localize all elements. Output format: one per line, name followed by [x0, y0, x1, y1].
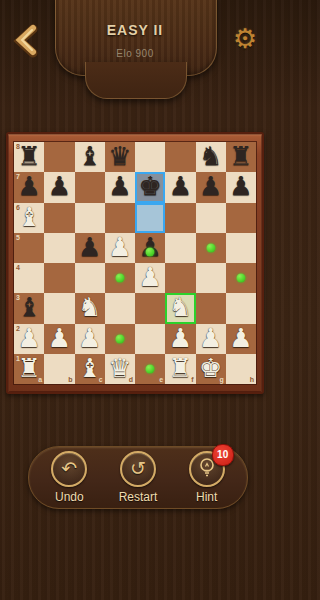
square-d7[interactable]: ♟	[105, 172, 135, 202]
file-label-e: e	[159, 376, 163, 383]
file-label-a: a	[38, 376, 42, 383]
rank-label-8: 8	[16, 143, 20, 150]
square-a6[interactable]: 6♝	[14, 203, 44, 233]
square-f1[interactable]: f♜	[165, 354, 195, 384]
square-f3[interactable]: ♞	[165, 293, 195, 323]
square-a4[interactable]: 4	[14, 263, 44, 293]
white-pawn-h2: ♟	[226, 324, 256, 354]
square-h6[interactable]	[226, 203, 256, 233]
black-king-e7: ♚	[135, 172, 165, 202]
square-b6[interactable]	[44, 203, 74, 233]
black-pawn-f7: ♟	[165, 172, 195, 202]
settings-button[interactable]: ⚙	[228, 22, 262, 56]
square-e3[interactable]	[135, 293, 165, 323]
square-b3[interactable]	[44, 293, 74, 323]
square-h3[interactable]	[226, 293, 256, 323]
file-label-b: b	[68, 376, 72, 383]
square-g2[interactable]: ♟	[196, 324, 226, 354]
rank-label-3: 3	[16, 294, 20, 301]
black-pawn-g7: ♟	[196, 172, 226, 202]
square-d5[interactable]: ♟	[105, 233, 135, 263]
file-label-d: d	[129, 376, 133, 383]
square-g4[interactable]	[196, 263, 226, 293]
square-f5[interactable]	[165, 233, 195, 263]
square-e7[interactable]: ♚	[135, 172, 165, 202]
file-label-c: c	[99, 376, 103, 383]
square-g5[interactable]	[196, 233, 226, 263]
square-b8[interactable]	[44, 142, 74, 172]
black-bishop-c8: ♝	[75, 142, 105, 172]
restart-label: Restart	[119, 490, 158, 504]
square-e2[interactable]	[135, 324, 165, 354]
square-e8[interactable]	[135, 142, 165, 172]
capture-move-dot[interactable]	[146, 247, 155, 256]
white-pawn-d5: ♟	[105, 233, 135, 263]
square-c7[interactable]	[75, 172, 105, 202]
square-b4[interactable]	[44, 263, 74, 293]
rank-label-5: 5	[16, 234, 20, 241]
black-pawn-b7: ♟	[44, 172, 74, 202]
white-pawn-b2: ♟	[44, 324, 74, 354]
square-d1[interactable]: d♛	[105, 354, 135, 384]
square-f4[interactable]	[165, 263, 195, 293]
square-b2[interactable]: ♟	[44, 324, 74, 354]
hint-button[interactable]: Hint 10	[178, 451, 236, 504]
square-a5[interactable]: 5	[14, 233, 44, 263]
undo-button[interactable]: ↶ Undo	[40, 451, 98, 504]
square-b1[interactable]: b	[44, 354, 74, 384]
square-c4[interactable]	[75, 263, 105, 293]
square-e1[interactable]: e	[135, 354, 165, 384]
black-knight-g8: ♞	[196, 142, 226, 172]
legal-move-dot[interactable]	[115, 274, 124, 283]
hint-label: Hint	[196, 490, 217, 504]
legal-move-dot[interactable]	[115, 334, 124, 343]
black-queen-d8: ♛	[105, 142, 135, 172]
square-a1[interactable]: 1a♜	[14, 354, 44, 384]
square-g1[interactable]: g♚	[196, 354, 226, 384]
rank-label-1: 1	[16, 355, 20, 362]
restart-arrow-icon: ↺	[120, 451, 156, 487]
square-f6[interactable]	[165, 203, 195, 233]
board-frame: 8♜♝♛♞♜7♟♟♟♚♟♟♟6♝5♟♟♟4♟3♝♞♞2♟♟♟♟♟♟1a♜bc♝d…	[6, 132, 264, 394]
header-plaque-tab	[85, 62, 187, 99]
undo-arrow-icon: ↶	[51, 451, 87, 487]
black-rook-h8: ♜	[226, 142, 256, 172]
square-c2[interactable]: ♟	[75, 324, 105, 354]
square-f7[interactable]: ♟	[165, 172, 195, 202]
square-a7[interactable]: 7♟	[14, 172, 44, 202]
file-label-g: g	[219, 376, 223, 383]
square-g6[interactable]	[196, 203, 226, 233]
rank-label-2: 2	[16, 325, 20, 332]
square-d6[interactable]	[105, 203, 135, 233]
square-c3[interactable]: ♞	[75, 293, 105, 323]
rank-label-4: 4	[16, 264, 20, 271]
square-b5[interactable]	[44, 233, 74, 263]
white-knight-f3: ♞	[165, 293, 195, 323]
footer-toolbar: ↶ Undo ↺ Restart Hint 10	[28, 446, 248, 509]
square-h5[interactable]	[226, 233, 256, 263]
square-f2[interactable]: ♟	[165, 324, 195, 354]
chess-board[interactable]: 8♜♝♛♞♜7♟♟♟♚♟♟♟6♝5♟♟♟4♟3♝♞♞2♟♟♟♟♟♟1a♜bc♝d…	[14, 142, 256, 384]
rank-label-6: 6	[16, 204, 20, 211]
square-g3[interactable]	[196, 293, 226, 323]
square-h4[interactable]	[226, 263, 256, 293]
square-c5[interactable]: ♟	[75, 233, 105, 263]
square-c8[interactable]: ♝	[75, 142, 105, 172]
black-pawn-h7: ♟	[226, 172, 256, 202]
square-h7[interactable]: ♟	[226, 172, 256, 202]
black-pawn-d7: ♟	[105, 172, 135, 202]
white-pawn-c2: ♟	[75, 324, 105, 354]
header: EASY II Elo 900 ⚙	[0, 0, 270, 110]
square-h8[interactable]: ♜	[226, 142, 256, 172]
square-b7[interactable]: ♟	[44, 172, 74, 202]
white-knight-c3: ♞	[75, 293, 105, 323]
square-h1[interactable]: h	[226, 354, 256, 384]
file-label-h: h	[250, 376, 254, 383]
hint-count-badge: 10	[212, 444, 234, 466]
square-a3[interactable]: 3♝	[14, 293, 44, 323]
rank-label-7: 7	[16, 173, 20, 180]
square-d8[interactable]: ♛	[105, 142, 135, 172]
square-e4[interactable]: ♟	[135, 263, 165, 293]
square-d2[interactable]	[105, 324, 135, 354]
file-label-f: f	[191, 376, 193, 383]
undo-label: Undo	[55, 490, 84, 504]
square-g8[interactable]: ♞	[196, 142, 226, 172]
square-a8[interactable]: 8♜	[14, 142, 44, 172]
legal-move-dot[interactable]	[146, 364, 155, 373]
square-h2[interactable]: ♟	[226, 324, 256, 354]
square-g7[interactable]: ♟	[196, 172, 226, 202]
white-pawn-f2: ♟	[165, 324, 195, 354]
white-pawn-g2: ♟	[196, 324, 226, 354]
square-e6[interactable]	[135, 203, 165, 233]
highlight-overlay	[135, 203, 165, 233]
square-d3[interactable]	[105, 293, 135, 323]
white-pawn-e4: ♟	[135, 263, 165, 293]
gear-icon: ⚙	[233, 24, 257, 54]
square-d4[interactable]	[105, 263, 135, 293]
square-c6[interactable]	[75, 203, 105, 233]
restart-button[interactable]: ↺ Restart	[109, 451, 167, 504]
square-c1[interactable]: c♝	[75, 354, 105, 384]
square-f8[interactable]	[165, 142, 195, 172]
legal-move-dot[interactable]	[206, 243, 215, 252]
legal-move-dot[interactable]	[236, 274, 245, 283]
black-pawn-c5: ♟	[75, 233, 105, 263]
chess-app-screen: { "game": "chess", "header": { "title": …	[0, 0, 270, 600]
square-a2[interactable]: 2♟	[14, 324, 44, 354]
square-e5[interactable]: ♟	[135, 233, 165, 263]
